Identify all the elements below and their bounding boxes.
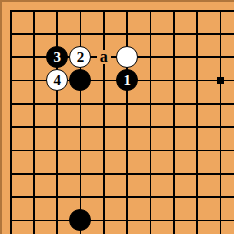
grid-line-vertical-3: [56, 10, 57, 235]
grid-line-vertical-6: [126, 10, 127, 235]
move-number-label: 2: [77, 50, 85, 65]
move-number-label: 1: [123, 73, 131, 88]
grid-line-vertical-4: [80, 10, 81, 235]
black-stone-move-3: 3: [46, 46, 68, 68]
black-stone: [69, 69, 91, 91]
grid-line-vertical-5: [103, 10, 104, 235]
grid-line-horizontal-10: [10, 220, 235, 221]
grid-line-horizontal-6: [10, 126, 235, 127]
grid-line-horizontal-7: [10, 150, 235, 151]
grid-line-vertical-10: [220, 10, 221, 235]
move-number-label: 4: [53, 73, 61, 88]
grid-line-vertical-2: [33, 10, 34, 235]
grid-line-horizontal-8: [10, 173, 235, 174]
white-stone-move-4: 4: [46, 69, 68, 91]
point-label-a: a: [97, 50, 111, 64]
grid-line-vertical-8: [173, 10, 174, 235]
grid-line-vertical-1: [10, 10, 12, 235]
grid-line-horizontal-2: [10, 33, 235, 34]
go-board-diagram: a3241: [0, 0, 234, 234]
black-stone-move-1: 1: [116, 69, 138, 91]
grid-line-horizontal-9: [10, 196, 235, 197]
black-stone: [69, 209, 91, 231]
star-point: [217, 77, 224, 84]
move-number-label: 3: [53, 50, 61, 65]
white-stone-move-2: 2: [69, 46, 91, 68]
grid-line-horizontal-5: [10, 103, 235, 104]
go-board-grid: a3241: [0, 0, 234, 234]
white-stone: [116, 46, 138, 68]
grid-line-horizontal-1: [10, 10, 235, 12]
grid-line-vertical-7: [150, 10, 151, 235]
grid-line-vertical-9: [196, 10, 197, 235]
